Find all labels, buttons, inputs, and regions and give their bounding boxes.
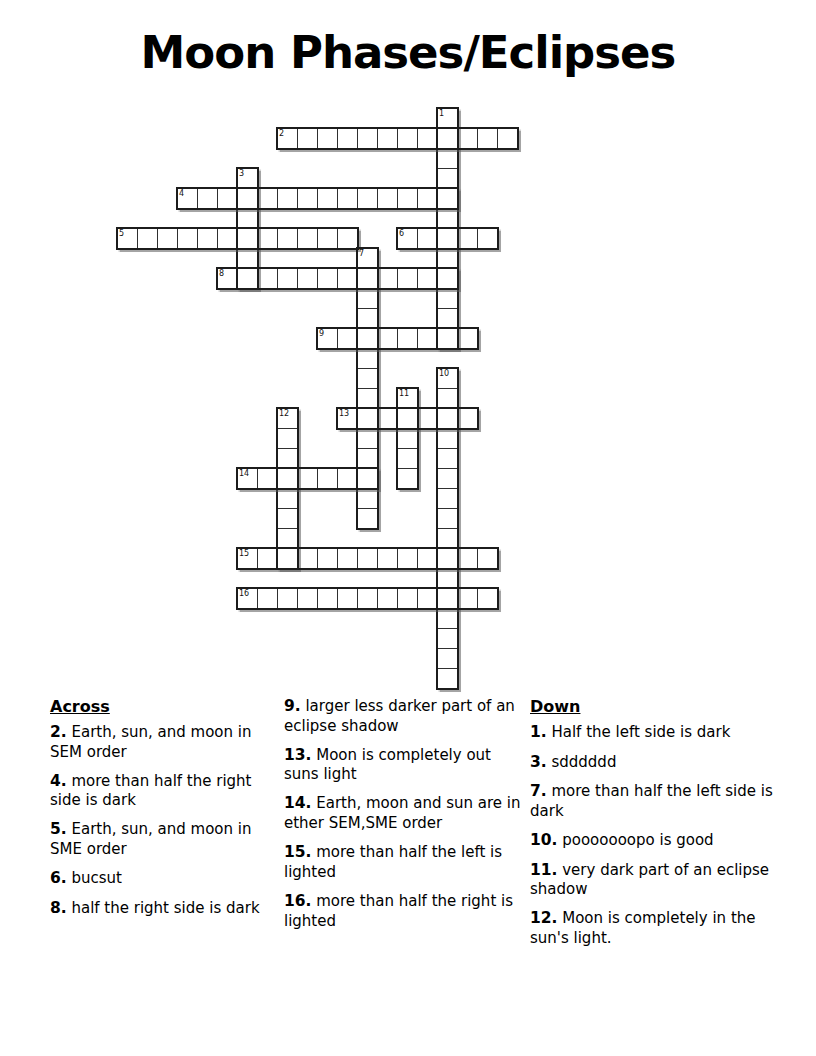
clue-text: half the right side is dark — [67, 899, 260, 917]
grid-cell[interactable] — [197, 188, 218, 209]
grid-cell[interactable] — [397, 448, 418, 469]
grid-cell[interactable] — [277, 128, 298, 149]
grid-cell[interactable] — [437, 548, 458, 569]
grid-cell[interactable] — [357, 188, 378, 209]
grid-cell[interactable] — [177, 188, 198, 209]
grid-cell[interactable] — [477, 228, 498, 249]
grid-cell[interactable] — [457, 128, 478, 149]
grid-cell[interactable] — [477, 128, 498, 149]
grid-cell[interactable] — [417, 548, 438, 569]
grid-cell[interactable] — [397, 128, 418, 149]
grid-cell[interactable] — [437, 508, 458, 529]
clue-number: 13. — [284, 746, 311, 764]
grid-cell[interactable] — [397, 188, 418, 209]
grid-cell[interactable] — [457, 328, 478, 349]
clue-down-10: 10. pooooooopo is good — [530, 831, 780, 851]
clue-number: 9. — [284, 697, 301, 715]
clue-text: larger less darker part of an eclipse sh… — [284, 697, 515, 735]
grid-cell[interactable] — [437, 228, 458, 249]
grid-cell[interactable] — [437, 288, 458, 309]
grid-cell[interactable] — [337, 328, 358, 349]
grid-cell[interactable] — [437, 328, 458, 349]
grid-cell[interactable] — [357, 488, 378, 509]
grid-cell[interactable] — [397, 408, 418, 429]
grid-cell[interactable] — [197, 228, 218, 249]
clue-number: 7. — [530, 782, 547, 800]
grid-cell[interactable] — [297, 268, 318, 289]
grid-cell[interactable] — [317, 468, 338, 489]
grid-cell[interactable] — [337, 548, 358, 569]
grid-cell[interactable] — [417, 188, 438, 209]
grid-cell[interactable] — [337, 268, 358, 289]
across-clue-list-1: 2. Earth, sun, and moon in SEM order4. m… — [50, 723, 276, 919]
grid-cell[interactable] — [277, 528, 298, 549]
grid-cell[interactable] — [337, 408, 358, 429]
clue-number: 8. — [50, 899, 67, 917]
clue-down-3: 3. sdddddd — [530, 753, 780, 773]
grid-cell[interactable] — [437, 388, 458, 409]
puzzle-title: Moon Phases/Eclipses — [0, 26, 816, 79]
grid-cell[interactable] — [297, 188, 318, 209]
clue-number: 6. — [50, 869, 67, 887]
clue-number: 16. — [284, 892, 311, 910]
grid-cell[interactable] — [297, 588, 318, 609]
grid-cell[interactable] — [317, 268, 338, 289]
grid-cell[interactable] — [337, 588, 358, 609]
grid-cell[interactable] — [417, 328, 438, 349]
grid-cell[interactable] — [177, 228, 198, 249]
clue-down-7: 7. more than half the left side is dark — [530, 782, 780, 821]
grid-cell[interactable] — [217, 228, 238, 249]
grid-cell[interactable] — [297, 128, 318, 149]
grid-cell[interactable] — [377, 268, 398, 289]
grid-cell[interactable] — [377, 328, 398, 349]
grid-cell[interactable] — [417, 128, 438, 149]
clue-number: 4. — [50, 772, 67, 790]
grid-cell[interactable] — [397, 268, 418, 289]
crossword-page: Moon Phases/Eclipses 1234567891011121314… — [0, 0, 816, 1056]
grid-cell[interactable] — [257, 188, 278, 209]
grid-cell[interactable] — [437, 488, 458, 509]
grid-cell[interactable] — [277, 448, 298, 469]
grid-cell[interactable] — [397, 428, 418, 449]
clue-text: bucsut — [67, 869, 122, 887]
clue-text: Earth, sun, and moon in SEM order — [50, 723, 252, 761]
clue-number: 5. — [50, 820, 67, 838]
grid-cell[interactable] — [277, 588, 298, 609]
grid-cell[interactable] — [257, 468, 278, 489]
grid-cell[interactable] — [357, 308, 378, 329]
clue-text: Half the left side is dark — [547, 723, 731, 741]
grid-cell[interactable] — [317, 128, 338, 149]
clue-number: 2. — [50, 723, 67, 741]
grid-cell[interactable] — [437, 148, 458, 169]
clue-down-12: 12. Moon is completely in the sun's ligh… — [530, 909, 780, 948]
grid-cell[interactable] — [237, 208, 258, 229]
grid-cell[interactable] — [317, 588, 338, 609]
clue-number: 11. — [530, 861, 557, 879]
grid-cell[interactable] — [337, 188, 358, 209]
grid-cell[interactable] — [217, 268, 238, 289]
grid-cell[interactable] — [377, 408, 398, 429]
grid-cell[interactable] — [357, 408, 378, 429]
grid-cell[interactable] — [417, 228, 438, 249]
grid-cell[interactable] — [337, 128, 358, 149]
grid-cell[interactable] — [437, 128, 458, 149]
clue-text: pooooooopo is good — [557, 831, 713, 849]
grid-cell[interactable] — [437, 208, 458, 229]
grid-cell[interactable] — [277, 408, 298, 429]
grid-cell[interactable] — [237, 468, 258, 489]
grid-cell[interactable] — [317, 228, 338, 249]
grid-cell[interactable] — [237, 168, 258, 189]
grid-cell[interactable] — [297, 548, 318, 569]
grid-cell[interactable] — [437, 408, 458, 429]
across-clues-column-1: Across 2. Earth, sun, and moon in SEM or… — [50, 697, 276, 929]
grid-cell[interactable] — [157, 228, 178, 249]
grid-cell[interactable] — [437, 248, 458, 269]
clue-text: Moon is completely in the sun's light. — [530, 909, 756, 947]
grid-cell[interactable] — [117, 228, 138, 249]
grid-cell[interactable] — [397, 588, 418, 609]
grid-cell[interactable] — [437, 448, 458, 469]
grid-cell[interactable] — [257, 588, 278, 609]
clue-across-2: 2. Earth, sun, and moon in SEM order — [50, 723, 276, 762]
down-clue-list: 1. Half the left side is dark3. sdddddd7… — [530, 723, 780, 948]
grid-cell[interactable] — [277, 188, 298, 209]
grid-cell[interactable] — [437, 528, 458, 549]
grid-cell[interactable] — [357, 428, 378, 449]
grid-cell[interactable] — [357, 128, 378, 149]
grid-cell[interactable] — [297, 468, 318, 489]
grid-cell[interactable] — [437, 608, 458, 629]
grid-cell[interactable] — [437, 368, 458, 389]
clue-across-15: 15. more than half the left is lighted — [284, 843, 522, 882]
clue-number: 3. — [530, 753, 547, 771]
clue-text: Earth, moon and sun are in ether SEM,SME… — [284, 794, 521, 832]
clue-number: 12. — [530, 909, 557, 927]
grid-cell[interactable] — [377, 588, 398, 609]
grid-cell[interactable] — [257, 548, 278, 569]
grid-cell[interactable] — [237, 548, 258, 569]
clue-text: more than half the right side is dark — [50, 772, 251, 810]
grid-cell[interactable] — [277, 428, 298, 449]
clue-text: very dark part of an eclipse shadow — [530, 861, 769, 899]
clue-across-4: 4. more than half the right side is dark — [50, 772, 276, 811]
grid-cell[interactable] — [457, 228, 478, 249]
grid-cell[interactable] — [417, 268, 438, 289]
clue-text: more than half the left side is dark — [530, 782, 773, 820]
grid-cell[interactable] — [437, 568, 458, 589]
grid-cell[interactable] — [277, 488, 298, 509]
across-clues-column-2: 9. larger less darker part of an eclipse… — [284, 697, 522, 941]
grid-cell[interactable] — [397, 228, 418, 249]
grid-cell[interactable] — [457, 408, 478, 429]
grid-cell[interactable] — [397, 328, 418, 349]
grid-cell[interactable] — [137, 228, 158, 249]
clue-across-6: 6. bucsut — [50, 869, 276, 889]
clue-down-11: 11. very dark part of an eclipse shadow — [530, 861, 780, 900]
grid-cell[interactable] — [237, 248, 258, 269]
grid-cell[interactable] — [357, 288, 378, 309]
across-heading: Across — [50, 697, 276, 716]
clue-number: 14. — [284, 794, 311, 812]
clue-text: sdddddd — [547, 753, 617, 771]
clue-text: more than half the right is lighted — [284, 892, 513, 930]
clue-across-14: 14. Earth, moon and sun are in ether SEM… — [284, 794, 522, 833]
grid-cell[interactable] — [237, 188, 258, 209]
grid-cell[interactable] — [337, 468, 358, 489]
grid-cell[interactable] — [437, 668, 458, 689]
grid-cell[interactable] — [277, 468, 298, 489]
grid-cell[interactable] — [437, 308, 458, 329]
down-clues-column: Down 1. Half the left side is dark3. sdd… — [530, 697, 780, 958]
grid-cell[interactable] — [257, 268, 278, 289]
grid-cell[interactable] — [377, 188, 398, 209]
grid-cell[interactable] — [437, 588, 458, 609]
clue-across-9: 9. larger less darker part of an eclipse… — [284, 697, 522, 736]
grid-cell[interactable] — [437, 188, 458, 209]
grid-cell[interactable] — [237, 588, 258, 609]
grid-cell[interactable] — [317, 328, 338, 349]
grid-cell[interactable] — [477, 548, 498, 569]
grid-cell[interactable] — [377, 128, 398, 149]
grid-cell[interactable] — [437, 428, 458, 449]
clue-across-5: 5. Earth, sun, and moon in SME order — [50, 820, 276, 859]
grid-cell[interactable] — [357, 548, 378, 569]
clue-across-13: 13. Moon is completely out suns light — [284, 746, 522, 785]
clue-number: 10. — [530, 831, 557, 849]
grid-cell[interactable] — [437, 468, 458, 489]
grid-cell[interactable] — [297, 228, 318, 249]
clue-text: more than half the left is lighted — [284, 843, 502, 881]
clue-number: 15. — [284, 843, 311, 861]
grid-cell[interactable] — [277, 508, 298, 529]
grid-cell[interactable] — [357, 328, 378, 349]
grid-cell[interactable] — [357, 388, 378, 409]
clue-text: Moon is completely out suns light — [284, 746, 491, 784]
grid-cell[interactable] — [237, 268, 258, 289]
grid-cell[interactable] — [357, 368, 378, 389]
grid-cell[interactable] — [357, 348, 378, 369]
down-heading: Down — [530, 697, 780, 716]
grid-cell[interactable] — [277, 228, 298, 249]
grid-cell[interactable] — [377, 548, 398, 569]
clue-text: Earth, sun, and moon in SME order — [50, 820, 252, 858]
grid-cell[interactable] — [257, 228, 278, 249]
grid-cell[interactable] — [437, 108, 458, 129]
grid-cell[interactable] — [237, 228, 258, 249]
grid-cell[interactable] — [277, 548, 298, 569]
grid-cell[interactable] — [277, 268, 298, 289]
grid-cell[interactable] — [357, 248, 378, 269]
grid-cell[interactable] — [457, 588, 478, 609]
grid-cell[interactable] — [437, 628, 458, 649]
clue-across-16: 16. more than half the right is lighted — [284, 892, 522, 931]
grid-cell[interactable] — [397, 468, 418, 489]
grid-cell[interactable] — [317, 188, 338, 209]
clue-down-1: 1. Half the left side is dark — [530, 723, 780, 743]
grid-cell[interactable] — [497, 128, 518, 149]
grid-cell[interactable] — [417, 588, 438, 609]
grid-cell[interactable] — [437, 268, 458, 289]
across-clue-list-2: 9. larger less darker part of an eclipse… — [284, 697, 522, 931]
grid-cell[interactable] — [437, 648, 458, 669]
grid-cell[interactable] — [417, 408, 438, 429]
grid-cell[interactable] — [317, 548, 338, 569]
clue-across-8: 8. half the right side is dark — [50, 899, 276, 919]
grid-cell[interactable] — [397, 548, 418, 569]
grid-cell[interactable] — [337, 228, 358, 249]
grid-cell[interactable] — [357, 588, 378, 609]
grid-cell[interactable] — [357, 508, 378, 529]
grid-cell[interactable] — [437, 168, 458, 189]
grid-cell[interactable] — [457, 548, 478, 569]
grid-cell[interactable] — [357, 468, 378, 489]
grid-cell[interactable] — [357, 448, 378, 469]
clue-number: 1. — [530, 723, 547, 741]
grid-cell[interactable] — [477, 588, 498, 609]
grid-cell[interactable] — [357, 268, 378, 289]
grid-cell[interactable] — [217, 188, 238, 209]
grid-cell[interactable] — [397, 388, 418, 409]
